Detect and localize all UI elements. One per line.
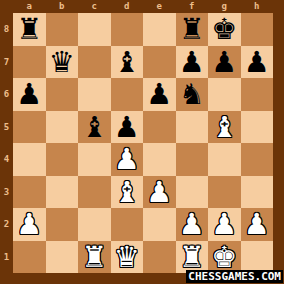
square-c5: ♝ xyxy=(78,111,111,144)
square-e7 xyxy=(143,46,176,79)
square-c3 xyxy=(78,176,111,209)
square-f7: ♟ xyxy=(176,46,209,79)
square-g4 xyxy=(208,143,241,176)
square-h2: ♟ xyxy=(241,208,274,241)
piece-white-bishop-g5: ♝ xyxy=(211,111,237,144)
square-f4 xyxy=(176,143,209,176)
rank-labels: 87654321 xyxy=(0,13,13,273)
rank-label-5: 5 xyxy=(0,111,13,144)
square-d3: ♝ xyxy=(111,176,144,209)
piece-white-pawn-h2: ♟ xyxy=(244,208,270,241)
piece-black-rook-f8: ♜ xyxy=(179,13,205,46)
square-a1 xyxy=(13,241,46,274)
square-a4 xyxy=(13,143,46,176)
square-a3 xyxy=(13,176,46,209)
square-d4: ♟ xyxy=(111,143,144,176)
rank-label-8: 8 xyxy=(0,13,13,46)
square-h4 xyxy=(241,143,274,176)
piece-white-pawn-f2: ♟ xyxy=(179,208,205,241)
piece-black-bishop-c5: ♝ xyxy=(81,111,107,144)
square-e2 xyxy=(143,208,176,241)
square-b6 xyxy=(46,78,79,111)
rank-label-2: 2 xyxy=(0,208,13,241)
piece-black-king-g8: ♚ xyxy=(211,13,237,46)
square-e3: ♟ xyxy=(143,176,176,209)
square-a7 xyxy=(13,46,46,79)
square-f8: ♜ xyxy=(176,13,209,46)
piece-white-pawn-g2: ♟ xyxy=(211,208,237,241)
square-a5 xyxy=(13,111,46,144)
square-c8 xyxy=(78,13,111,46)
square-c1: ♜ xyxy=(78,241,111,274)
square-b3 xyxy=(46,176,79,209)
square-a2: ♟ xyxy=(13,208,46,241)
square-a6: ♟ xyxy=(13,78,46,111)
square-e4 xyxy=(143,143,176,176)
square-e8 xyxy=(143,13,176,46)
piece-black-pawn-e6: ♟ xyxy=(146,78,172,111)
piece-white-pawn-a2: ♟ xyxy=(16,208,42,241)
rank-label-4: 4 xyxy=(0,143,13,176)
piece-black-queen-b7: ♛ xyxy=(49,46,75,79)
square-f2: ♟ xyxy=(176,208,209,241)
square-e1 xyxy=(143,241,176,274)
piece-black-pawn-h7: ♟ xyxy=(244,46,270,79)
piece-black-pawn-f7: ♟ xyxy=(179,46,205,79)
file-label-b: b xyxy=(46,0,79,13)
piece-black-bishop-d7: ♝ xyxy=(114,46,140,79)
square-f6: ♞ xyxy=(176,78,209,111)
square-b2 xyxy=(46,208,79,241)
square-h8 xyxy=(241,13,274,46)
piece-white-rook-f1: ♜ xyxy=(179,241,205,274)
piece-black-knight-f6: ♞ xyxy=(179,78,205,111)
square-b7: ♛ xyxy=(46,46,79,79)
file-label-d: d xyxy=(111,0,144,13)
square-c6 xyxy=(78,78,111,111)
file-labels: abcdefgh xyxy=(13,0,273,13)
square-d8 xyxy=(111,13,144,46)
piece-black-pawn-d5: ♟ xyxy=(114,111,140,144)
file-label-h: h xyxy=(241,0,274,13)
piece-white-rook-c1: ♜ xyxy=(81,241,107,274)
file-label-e: e xyxy=(143,0,176,13)
file-label-a: a xyxy=(13,0,46,13)
square-d5: ♟ xyxy=(111,111,144,144)
rank-label-6: 6 xyxy=(0,78,13,111)
square-g1: ♚ xyxy=(208,241,241,274)
rank-label-3: 3 xyxy=(0,176,13,209)
square-h7: ♟ xyxy=(241,46,274,79)
square-g3 xyxy=(208,176,241,209)
square-b1 xyxy=(46,241,79,274)
square-f3 xyxy=(176,176,209,209)
square-g7: ♟ xyxy=(208,46,241,79)
square-g5: ♝ xyxy=(208,111,241,144)
square-g2: ♟ xyxy=(208,208,241,241)
square-e6: ♟ xyxy=(143,78,176,111)
piece-white-king-g1: ♚ xyxy=(211,241,237,274)
square-h5 xyxy=(241,111,274,144)
piece-white-pawn-e3: ♟ xyxy=(146,176,172,209)
chess-diagram: abcdefgh 87654321 ♜♜♚♛♝♟♟♟♟♟♞♝♟♝♟♝♟♟♟♟♟♜… xyxy=(0,0,284,284)
square-h1 xyxy=(241,241,274,274)
square-c4 xyxy=(78,143,111,176)
piece-white-queen-d1: ♛ xyxy=(114,241,140,274)
piece-black-pawn-g7: ♟ xyxy=(211,46,237,79)
square-c2 xyxy=(78,208,111,241)
file-label-f: f xyxy=(176,0,209,13)
square-a8: ♜ xyxy=(13,13,46,46)
square-d7: ♝ xyxy=(111,46,144,79)
square-f1: ♜ xyxy=(176,241,209,274)
chess-board: ♜♜♚♛♝♟♟♟♟♟♞♝♟♝♟♝♟♟♟♟♟♜♛♜♚ xyxy=(13,13,273,273)
square-h3 xyxy=(241,176,274,209)
square-e5 xyxy=(143,111,176,144)
piece-black-rook-a8: ♜ xyxy=(16,13,42,46)
square-f5 xyxy=(176,111,209,144)
square-g6 xyxy=(208,78,241,111)
square-h6 xyxy=(241,78,274,111)
square-b4 xyxy=(46,143,79,176)
site-watermark: CHESSGAMES.COM xyxy=(186,270,283,283)
rank-label-7: 7 xyxy=(0,46,13,79)
square-b5 xyxy=(46,111,79,144)
square-d6 xyxy=(111,78,144,111)
square-b8 xyxy=(46,13,79,46)
piece-black-pawn-a6: ♟ xyxy=(16,78,42,111)
file-label-c: c xyxy=(78,0,111,13)
rank-label-1: 1 xyxy=(0,241,13,274)
square-c7 xyxy=(78,46,111,79)
piece-white-pawn-d4: ♟ xyxy=(114,143,140,176)
square-d1: ♛ xyxy=(111,241,144,274)
square-g8: ♚ xyxy=(208,13,241,46)
file-label-g: g xyxy=(208,0,241,13)
square-d2 xyxy=(111,208,144,241)
piece-white-bishop-d3: ♝ xyxy=(114,176,140,209)
